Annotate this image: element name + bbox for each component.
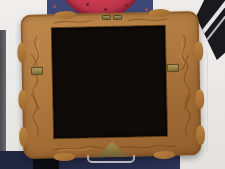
- chess-board: [52, 26, 167, 138]
- background-left-strip: [0, 30, 6, 156]
- photo-scene: [0, 0, 225, 169]
- dragon-carving-right: [169, 31, 199, 140]
- hinge-top: [113, 15, 122, 20]
- disc-hole: [86, 3, 89, 6]
- hinge-right: [167, 64, 179, 73]
- dragon-carving-left: [23, 32, 53, 141]
- clasp-wire-handle: [87, 155, 135, 163]
- disc-hole: [125, 4, 128, 7]
- hinge-top: [102, 15, 111, 20]
- disc-hole: [104, 8, 107, 11]
- wood-frame: [21, 11, 202, 159]
- cloth-dot: [53, 5, 56, 8]
- cloth-dot: [145, 8, 148, 11]
- table-seam-line: [207, 52, 208, 152]
- hinge-left: [31, 67, 43, 76]
